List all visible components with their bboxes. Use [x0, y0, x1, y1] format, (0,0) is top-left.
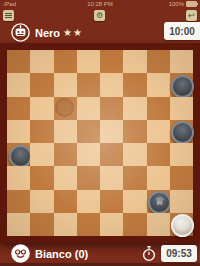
black-man[interactable]: [9, 145, 32, 168]
board-square[interactable]: [100, 166, 123, 189]
board-square[interactable]: [30, 73, 53, 96]
board-square[interactable]: [54, 166, 77, 189]
settings-button[interactable]: ⚙: [94, 10, 105, 21]
board-square[interactable]: [54, 50, 77, 73]
board-square[interactable]: [147, 213, 170, 236]
black-king[interactable]: ♕: [148, 191, 171, 214]
battery-indicator: 100%: [169, 1, 197, 7]
board-square[interactable]: [54, 213, 77, 236]
board-square[interactable]: [7, 50, 30, 73]
board-square[interactable]: [7, 120, 30, 143]
battery-icon: [186, 1, 197, 7]
board-square[interactable]: ♕: [147, 190, 170, 213]
board-square[interactable]: [123, 213, 146, 236]
board-square[interactable]: [123, 120, 146, 143]
board-square[interactable]: [147, 73, 170, 96]
board-square[interactable]: [54, 97, 77, 120]
board-square[interactable]: [123, 50, 146, 73]
board-square[interactable]: [7, 213, 30, 236]
board-square[interactable]: [100, 120, 123, 143]
opponent-name: Nero: [35, 27, 60, 39]
status-bar: iPad 10:28 PM 100%: [0, 0, 200, 9]
difficulty-stars: ★★: [63, 27, 83, 38]
board-square[interactable]: [170, 50, 193, 73]
board-square[interactable]: [54, 120, 77, 143]
board-square[interactable]: [170, 97, 193, 120]
board-square[interactable]: [147, 50, 170, 73]
board-square[interactable]: [123, 190, 146, 213]
board-square[interactable]: [147, 120, 170, 143]
board-square[interactable]: [100, 143, 123, 166]
board-square[interactable]: [170, 143, 193, 166]
undo-arrow-icon: ↩: [188, 12, 195, 20]
board-square[interactable]: [170, 213, 193, 236]
board-square[interactable]: [7, 166, 30, 189]
board-square[interactable]: [30, 120, 53, 143]
board-square[interactable]: [77, 97, 100, 120]
player-clock-value: 09:53: [166, 248, 192, 259]
board-square[interactable]: [123, 143, 146, 166]
board-square[interactable]: [30, 213, 53, 236]
opponent-clock: 10:00: [164, 22, 200, 40]
board-square[interactable]: [77, 50, 100, 73]
king-crown-icon: ♕: [155, 196, 165, 207]
board-square[interactable]: [77, 73, 100, 96]
opponent-clock-value: 10:00: [169, 26, 195, 37]
board-square[interactable]: [100, 213, 123, 236]
board-square[interactable]: [170, 190, 193, 213]
checkers-board: ♕: [0, 43, 200, 243]
white-man[interactable]: [171, 214, 194, 237]
stopwatch-icon: [142, 245, 156, 262]
board-square[interactable]: [123, 73, 146, 96]
board-square[interactable]: [100, 50, 123, 73]
board-square[interactable]: [77, 213, 100, 236]
undo-button[interactable]: ↩: [186, 10, 197, 21]
board-square[interactable]: [147, 166, 170, 189]
board-square[interactable]: [170, 120, 193, 143]
board-square[interactable]: [170, 166, 193, 189]
board-square[interactable]: [147, 143, 170, 166]
board-square[interactable]: [7, 73, 30, 96]
board-square[interactable]: [54, 143, 77, 166]
board-square[interactable]: [54, 73, 77, 96]
board-square[interactable]: [123, 166, 146, 189]
player-name: Bianco (0): [35, 248, 88, 260]
board-square[interactable]: [147, 97, 170, 120]
board-square[interactable]: [54, 190, 77, 213]
board-square[interactable]: [100, 73, 123, 96]
board-square[interactable]: [30, 50, 53, 73]
board-square[interactable]: [30, 143, 53, 166]
battery-percent-label: 100%: [169, 1, 184, 7]
face-avatar-icon: [11, 244, 30, 263]
board-square[interactable]: [77, 143, 100, 166]
board-square[interactable]: [77, 166, 100, 189]
board-square[interactable]: [100, 190, 123, 213]
board-square[interactable]: [7, 190, 30, 213]
board-square[interactable]: [7, 97, 30, 120]
board-square[interactable]: [30, 190, 53, 213]
board-square[interactable]: [77, 120, 100, 143]
board-square[interactable]: [170, 73, 193, 96]
app-screen: iPad 10:28 PM 100% ⚙ ↩ Nero: [0, 0, 200, 266]
board-square[interactable]: [123, 97, 146, 120]
menu-button[interactable]: [3, 10, 14, 21]
hamburger-menu-icon: [5, 13, 12, 14]
gear-icon: ⚙: [96, 12, 103, 20]
board-grid: ♕: [7, 50, 193, 236]
player-clock: 09:53: [161, 245, 197, 262]
board-square[interactable]: [30, 166, 53, 189]
board-square[interactable]: [30, 97, 53, 120]
board-square[interactable]: [100, 97, 123, 120]
black-man[interactable]: [171, 121, 194, 144]
robot-avatar-icon: [11, 23, 30, 42]
black-man[interactable]: [171, 75, 194, 98]
piece-shadow: [55, 98, 74, 117]
board-square[interactable]: [77, 190, 100, 213]
board-square[interactable]: [7, 143, 30, 166]
